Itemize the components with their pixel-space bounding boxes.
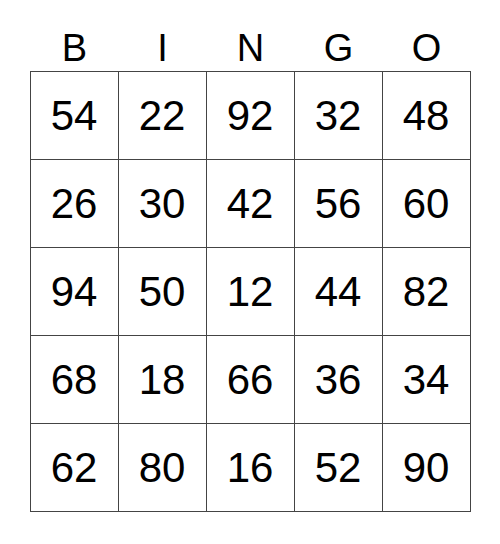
bingo-cell-r3c4[interactable]: 44 bbox=[295, 248, 383, 336]
bingo-header-letter-g: G bbox=[295, 29, 383, 71]
bingo-cell-r2c4[interactable]: 56 bbox=[295, 160, 383, 248]
bingo-cell-r5c5[interactable]: 90 bbox=[383, 424, 471, 512]
bingo-cell-r2c3[interactable]: 42 bbox=[207, 160, 295, 248]
bingo-cell-r1c4[interactable]: 32 bbox=[295, 72, 383, 160]
bingo-cell-r3c1[interactable]: 94 bbox=[31, 248, 119, 336]
bingo-cell-r5c3[interactable]: 16 bbox=[207, 424, 295, 512]
bingo-cell-r4c4[interactable]: 36 bbox=[295, 336, 383, 424]
bingo-cell-r4c1[interactable]: 68 bbox=[31, 336, 119, 424]
bingo-header-letter-n: N bbox=[207, 29, 295, 71]
bingo-cell-r2c5[interactable]: 60 bbox=[383, 160, 471, 248]
bingo-header-letter-o: O bbox=[383, 29, 471, 71]
bingo-cell-r1c1[interactable]: 54 bbox=[31, 72, 119, 160]
bingo-cell-r1c2[interactable]: 22 bbox=[119, 72, 207, 160]
bingo-cell-r5c2[interactable]: 80 bbox=[119, 424, 207, 512]
bingo-header: B I N G O bbox=[30, 0, 471, 71]
bingo-cell-r2c1[interactable]: 26 bbox=[31, 160, 119, 248]
bingo-cell-r3c5[interactable]: 82 bbox=[383, 248, 471, 336]
bingo-cell-r3c3[interactable]: 12 bbox=[207, 248, 295, 336]
bingo-header-letter-b: B bbox=[31, 29, 119, 71]
bingo-cell-r1c5[interactable]: 48 bbox=[383, 72, 471, 160]
bingo-cell-r5c4[interactable]: 52 bbox=[295, 424, 383, 512]
bingo-cell-r2c2[interactable]: 30 bbox=[119, 160, 207, 248]
bingo-cell-r3c2[interactable]: 50 bbox=[119, 248, 207, 336]
bingo-header-letter-i: I bbox=[119, 29, 207, 71]
bingo-cell-r4c2[interactable]: 18 bbox=[119, 336, 207, 424]
bingo-grid: 54 22 92 32 48 26 30 42 56 60 94 50 12 4… bbox=[30, 71, 471, 512]
bingo-cell-r5c1[interactable]: 62 bbox=[31, 424, 119, 512]
bingo-card: B I N G O 54 22 92 32 48 26 30 42 56 60 … bbox=[30, 0, 471, 512]
bingo-cell-r4c5[interactable]: 34 bbox=[383, 336, 471, 424]
bingo-cell-r4c3[interactable]: 66 bbox=[207, 336, 295, 424]
bingo-cell-r1c3[interactable]: 92 bbox=[207, 72, 295, 160]
